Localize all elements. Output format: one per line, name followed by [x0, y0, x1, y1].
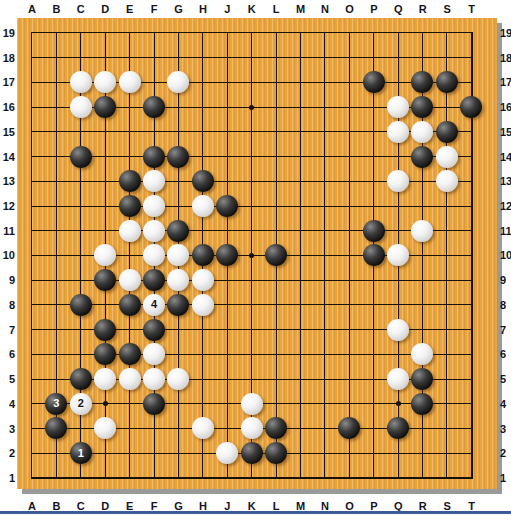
intersection-K17[interactable]	[239, 70, 263, 95]
intersection-B3[interactable]	[44, 416, 68, 441]
intersection-N1[interactable]	[313, 466, 337, 491]
intersection-P14[interactable]	[361, 144, 385, 169]
intersection-D6[interactable]	[93, 342, 117, 367]
intersection-F6[interactable]	[142, 342, 166, 367]
intersection-D19[interactable]	[93, 21, 117, 46]
intersection-O16[interactable]	[337, 95, 361, 120]
intersection-T6[interactable]	[459, 342, 483, 367]
intersection-L1[interactable]	[264, 466, 288, 491]
intersection-A18[interactable]	[20, 45, 44, 70]
intersection-F9[interactable]	[142, 268, 166, 293]
intersection-N8[interactable]	[313, 293, 337, 318]
intersection-Q19[interactable]	[386, 21, 410, 46]
intersection-T16[interactable]	[459, 95, 483, 120]
intersection-J5[interactable]	[215, 367, 239, 392]
intersection-H13[interactable]	[191, 169, 215, 194]
intersection-C10[interactable]	[69, 243, 93, 268]
intersection-N4[interactable]	[313, 391, 337, 416]
intersection-S6[interactable]	[435, 342, 459, 367]
intersection-L6[interactable]	[264, 342, 288, 367]
intersection-T14[interactable]	[459, 144, 483, 169]
intersection-C17[interactable]	[69, 70, 93, 95]
intersection-D2[interactable]	[93, 441, 117, 466]
intersection-G12[interactable]	[166, 194, 190, 219]
intersection-D14[interactable]	[93, 144, 117, 169]
intersection-M13[interactable]	[288, 169, 312, 194]
intersection-N18[interactable]	[313, 45, 337, 70]
intersection-K6[interactable]	[239, 342, 263, 367]
intersection-G4[interactable]	[166, 391, 190, 416]
intersection-E2[interactable]	[117, 441, 141, 466]
intersection-R12[interactable]	[410, 194, 434, 219]
intersection-K15[interactable]	[239, 120, 263, 145]
intersection-R8[interactable]	[410, 293, 434, 318]
intersection-C16[interactable]	[69, 95, 93, 120]
intersection-T3[interactable]	[459, 416, 483, 441]
intersection-H1[interactable]	[191, 466, 215, 491]
intersection-C7[interactable]	[69, 317, 93, 342]
intersection-R18[interactable]	[410, 45, 434, 70]
intersection-N14[interactable]	[313, 144, 337, 169]
intersection-D5[interactable]	[93, 367, 117, 392]
intersection-S2[interactable]	[435, 441, 459, 466]
intersection-K12[interactable]	[239, 194, 263, 219]
intersection-T7[interactable]	[459, 317, 483, 342]
intersection-S3[interactable]	[435, 416, 459, 441]
intersection-S4[interactable]	[435, 391, 459, 416]
intersection-K7[interactable]	[239, 317, 263, 342]
intersection-T8[interactable]	[459, 293, 483, 318]
intersection-N17[interactable]	[313, 70, 337, 95]
intersection-O19[interactable]	[337, 21, 361, 46]
intersection-M16[interactable]	[288, 95, 312, 120]
intersection-P2[interactable]	[361, 441, 385, 466]
intersection-G6[interactable]	[166, 342, 190, 367]
intersection-D15[interactable]	[93, 120, 117, 145]
intersection-K3[interactable]	[239, 416, 263, 441]
intersection-D11[interactable]	[93, 218, 117, 243]
intersection-F1[interactable]	[142, 466, 166, 491]
intersection-O2[interactable]	[337, 441, 361, 466]
intersection-T2[interactable]	[459, 441, 483, 466]
intersection-N5[interactable]	[313, 367, 337, 392]
intersection-Q1[interactable]	[386, 466, 410, 491]
intersection-O17[interactable]	[337, 70, 361, 95]
intersection-L9[interactable]	[264, 268, 288, 293]
intersection-G7[interactable]	[166, 317, 190, 342]
intersection-T9[interactable]	[459, 268, 483, 293]
intersection-M4[interactable]	[288, 391, 312, 416]
intersection-B4[interactable]: 3	[44, 391, 68, 416]
intersection-J2[interactable]	[215, 441, 239, 466]
intersection-G2[interactable]	[166, 441, 190, 466]
intersection-Q16[interactable]	[386, 95, 410, 120]
intersection-Q18[interactable]	[386, 45, 410, 70]
intersection-J11[interactable]	[215, 218, 239, 243]
intersection-S11[interactable]	[435, 218, 459, 243]
intersection-F2[interactable]	[142, 441, 166, 466]
intersection-E3[interactable]	[117, 416, 141, 441]
intersection-D16[interactable]	[93, 95, 117, 120]
intersection-R5[interactable]	[410, 367, 434, 392]
intersection-N19[interactable]	[313, 21, 337, 46]
intersection-N7[interactable]	[313, 317, 337, 342]
intersection-B18[interactable]	[44, 45, 68, 70]
intersection-F4[interactable]	[142, 391, 166, 416]
intersection-J14[interactable]	[215, 144, 239, 169]
intersection-F15[interactable]	[142, 120, 166, 145]
intersection-F7[interactable]	[142, 317, 166, 342]
intersection-B14[interactable]	[44, 144, 68, 169]
intersection-R16[interactable]	[410, 95, 434, 120]
intersection-T13[interactable]	[459, 169, 483, 194]
intersection-C8[interactable]	[69, 293, 93, 318]
intersection-D18[interactable]	[93, 45, 117, 70]
intersection-B10[interactable]	[44, 243, 68, 268]
intersection-H11[interactable]	[191, 218, 215, 243]
intersection-C4[interactable]: 2	[69, 391, 93, 416]
intersection-H17[interactable]	[191, 70, 215, 95]
intersection-F16[interactable]	[142, 95, 166, 120]
intersection-B19[interactable]	[44, 21, 68, 46]
intersection-A8[interactable]	[20, 293, 44, 318]
intersection-T10[interactable]	[459, 243, 483, 268]
intersection-G18[interactable]	[166, 45, 190, 70]
intersection-B12[interactable]	[44, 194, 68, 219]
intersection-C15[interactable]	[69, 120, 93, 145]
intersection-A12[interactable]	[20, 194, 44, 219]
intersection-E17[interactable]	[117, 70, 141, 95]
intersection-M15[interactable]	[288, 120, 312, 145]
intersection-T4[interactable]	[459, 391, 483, 416]
intersection-N16[interactable]	[313, 95, 337, 120]
intersection-M1[interactable]	[288, 466, 312, 491]
intersection-Q13[interactable]	[386, 169, 410, 194]
intersection-K4[interactable]	[239, 391, 263, 416]
intersection-K14[interactable]	[239, 144, 263, 169]
intersection-N13[interactable]	[313, 169, 337, 194]
intersection-T17[interactable]	[459, 70, 483, 95]
intersection-C14[interactable]	[69, 144, 93, 169]
intersection-K1[interactable]	[239, 466, 263, 491]
intersection-R7[interactable]	[410, 317, 434, 342]
intersection-M17[interactable]	[288, 70, 312, 95]
intersection-N10[interactable]	[313, 243, 337, 268]
intersection-S15[interactable]	[435, 120, 459, 145]
intersection-M14[interactable]	[288, 144, 312, 169]
intersection-B16[interactable]	[44, 95, 68, 120]
intersection-K18[interactable]	[239, 45, 263, 70]
intersection-O9[interactable]	[337, 268, 361, 293]
intersection-N3[interactable]	[313, 416, 337, 441]
intersection-E10[interactable]	[117, 243, 141, 268]
intersection-A11[interactable]	[20, 218, 44, 243]
intersection-Q15[interactable]	[386, 120, 410, 145]
intersection-F14[interactable]	[142, 144, 166, 169]
intersection-M3[interactable]	[288, 416, 312, 441]
intersection-Q12[interactable]	[386, 194, 410, 219]
intersection-G5[interactable]	[166, 367, 190, 392]
intersection-O1[interactable]	[337, 466, 361, 491]
intersection-D8[interactable]	[93, 293, 117, 318]
intersection-K9[interactable]	[239, 268, 263, 293]
intersection-M5[interactable]	[288, 367, 312, 392]
intersection-T19[interactable]	[459, 21, 483, 46]
intersection-Q9[interactable]	[386, 268, 410, 293]
intersection-H14[interactable]	[191, 144, 215, 169]
intersection-H9[interactable]	[191, 268, 215, 293]
intersection-A17[interactable]	[20, 70, 44, 95]
intersection-E6[interactable]	[117, 342, 141, 367]
intersection-H4[interactable]	[191, 391, 215, 416]
intersection-O13[interactable]	[337, 169, 361, 194]
intersection-K10[interactable]	[239, 243, 263, 268]
intersection-R4[interactable]	[410, 391, 434, 416]
intersection-Q14[interactable]	[386, 144, 410, 169]
intersection-F12[interactable]	[142, 194, 166, 219]
intersection-M6[interactable]	[288, 342, 312, 367]
intersection-D1[interactable]	[93, 466, 117, 491]
intersection-B7[interactable]	[44, 317, 68, 342]
intersection-A9[interactable]	[20, 268, 44, 293]
intersection-Q17[interactable]	[386, 70, 410, 95]
intersection-A2[interactable]	[20, 441, 44, 466]
intersection-O4[interactable]	[337, 391, 361, 416]
intersection-H19[interactable]	[191, 21, 215, 46]
intersection-H3[interactable]	[191, 416, 215, 441]
intersection-L4[interactable]	[264, 391, 288, 416]
intersection-G17[interactable]	[166, 70, 190, 95]
intersection-E4[interactable]	[117, 391, 141, 416]
intersection-P19[interactable]	[361, 21, 385, 46]
intersection-T5[interactable]	[459, 367, 483, 392]
intersection-G11[interactable]	[166, 218, 190, 243]
intersection-B9[interactable]	[44, 268, 68, 293]
intersection-S14[interactable]	[435, 144, 459, 169]
intersection-P5[interactable]	[361, 367, 385, 392]
intersection-J17[interactable]	[215, 70, 239, 95]
intersection-L7[interactable]	[264, 317, 288, 342]
intersection-L12[interactable]	[264, 194, 288, 219]
intersection-D9[interactable]	[93, 268, 117, 293]
intersection-A6[interactable]	[20, 342, 44, 367]
intersection-P13[interactable]	[361, 169, 385, 194]
intersection-E16[interactable]	[117, 95, 141, 120]
intersection-A3[interactable]	[20, 416, 44, 441]
intersection-L2[interactable]	[264, 441, 288, 466]
intersection-S17[interactable]	[435, 70, 459, 95]
intersection-H2[interactable]	[191, 441, 215, 466]
intersection-R10[interactable]	[410, 243, 434, 268]
intersection-C1[interactable]	[69, 466, 93, 491]
intersection-R13[interactable]	[410, 169, 434, 194]
intersection-C2[interactable]: 1	[69, 441, 93, 466]
intersection-A13[interactable]	[20, 169, 44, 194]
intersection-O12[interactable]	[337, 194, 361, 219]
intersection-A7[interactable]	[20, 317, 44, 342]
intersection-L11[interactable]	[264, 218, 288, 243]
intersection-P12[interactable]	[361, 194, 385, 219]
intersection-R19[interactable]	[410, 21, 434, 46]
intersection-H6[interactable]	[191, 342, 215, 367]
intersection-P1[interactable]	[361, 466, 385, 491]
intersection-P3[interactable]	[361, 416, 385, 441]
intersection-J4[interactable]	[215, 391, 239, 416]
intersection-A1[interactable]	[20, 466, 44, 491]
intersection-E18[interactable]	[117, 45, 141, 70]
intersection-A16[interactable]	[20, 95, 44, 120]
intersection-P7[interactable]	[361, 317, 385, 342]
intersection-P17[interactable]	[361, 70, 385, 95]
intersection-H15[interactable]	[191, 120, 215, 145]
intersection-C18[interactable]	[69, 45, 93, 70]
intersection-H12[interactable]	[191, 194, 215, 219]
intersection-S13[interactable]	[435, 169, 459, 194]
intersection-O6[interactable]	[337, 342, 361, 367]
intersection-R2[interactable]	[410, 441, 434, 466]
intersection-L10[interactable]	[264, 243, 288, 268]
intersection-K11[interactable]	[239, 218, 263, 243]
intersection-F3[interactable]	[142, 416, 166, 441]
intersection-O14[interactable]	[337, 144, 361, 169]
intersection-S12[interactable]	[435, 194, 459, 219]
intersection-R6[interactable]	[410, 342, 434, 367]
intersection-G15[interactable]	[166, 120, 190, 145]
intersection-L16[interactable]	[264, 95, 288, 120]
intersection-O5[interactable]	[337, 367, 361, 392]
intersection-P15[interactable]	[361, 120, 385, 145]
intersection-Q11[interactable]	[386, 218, 410, 243]
intersection-Q5[interactable]	[386, 367, 410, 392]
intersection-E12[interactable]	[117, 194, 141, 219]
intersection-S7[interactable]	[435, 317, 459, 342]
intersection-D12[interactable]	[93, 194, 117, 219]
intersection-C12[interactable]	[69, 194, 93, 219]
intersection-K13[interactable]	[239, 169, 263, 194]
intersection-N15[interactable]	[313, 120, 337, 145]
intersection-E11[interactable]	[117, 218, 141, 243]
intersection-A15[interactable]	[20, 120, 44, 145]
intersection-B2[interactable]	[44, 441, 68, 466]
intersection-R3[interactable]	[410, 416, 434, 441]
intersection-M10[interactable]	[288, 243, 312, 268]
intersection-G14[interactable]	[166, 144, 190, 169]
intersection-O15[interactable]	[337, 120, 361, 145]
intersection-T12[interactable]	[459, 194, 483, 219]
intersection-L18[interactable]	[264, 45, 288, 70]
intersection-D7[interactable]	[93, 317, 117, 342]
intersection-P4[interactable]	[361, 391, 385, 416]
intersection-C6[interactable]	[69, 342, 93, 367]
intersection-G10[interactable]	[166, 243, 190, 268]
intersection-P11[interactable]	[361, 218, 385, 243]
intersection-L13[interactable]	[264, 169, 288, 194]
intersection-G1[interactable]	[166, 466, 190, 491]
intersection-A10[interactable]	[20, 243, 44, 268]
intersection-F5[interactable]	[142, 367, 166, 392]
intersection-L17[interactable]	[264, 70, 288, 95]
intersection-K2[interactable]	[239, 441, 263, 466]
intersection-H18[interactable]	[191, 45, 215, 70]
intersection-E13[interactable]	[117, 169, 141, 194]
intersection-H16[interactable]	[191, 95, 215, 120]
intersection-G13[interactable]	[166, 169, 190, 194]
intersection-Q4[interactable]	[386, 391, 410, 416]
intersection-J19[interactable]	[215, 21, 239, 46]
intersection-S9[interactable]	[435, 268, 459, 293]
intersection-A19[interactable]	[20, 21, 44, 46]
intersection-N2[interactable]	[313, 441, 337, 466]
intersection-O18[interactable]	[337, 45, 361, 70]
intersection-M7[interactable]	[288, 317, 312, 342]
intersection-T1[interactable]	[459, 466, 483, 491]
intersection-A14[interactable]	[20, 144, 44, 169]
intersection-T15[interactable]	[459, 120, 483, 145]
intersection-C5[interactable]	[69, 367, 93, 392]
intersection-P18[interactable]	[361, 45, 385, 70]
intersection-Q2[interactable]	[386, 441, 410, 466]
intersection-S10[interactable]	[435, 243, 459, 268]
intersection-A4[interactable]	[20, 391, 44, 416]
intersection-P10[interactable]	[361, 243, 385, 268]
intersection-N6[interactable]	[313, 342, 337, 367]
intersection-E1[interactable]	[117, 466, 141, 491]
intersection-S5[interactable]	[435, 367, 459, 392]
intersection-J7[interactable]	[215, 317, 239, 342]
intersection-D3[interactable]	[93, 416, 117, 441]
intersection-J12[interactable]	[215, 194, 239, 219]
intersection-J13[interactable]	[215, 169, 239, 194]
intersection-C3[interactable]	[69, 416, 93, 441]
intersection-Q3[interactable]	[386, 416, 410, 441]
intersection-B11[interactable]	[44, 218, 68, 243]
intersection-L15[interactable]	[264, 120, 288, 145]
intersection-O7[interactable]	[337, 317, 361, 342]
intersection-F11[interactable]	[142, 218, 166, 243]
intersection-H5[interactable]	[191, 367, 215, 392]
intersection-K16[interactable]	[239, 95, 263, 120]
intersection-F13[interactable]	[142, 169, 166, 194]
intersection-M11[interactable]	[288, 218, 312, 243]
intersection-Q6[interactable]	[386, 342, 410, 367]
intersection-D10[interactable]	[93, 243, 117, 268]
intersection-B6[interactable]	[44, 342, 68, 367]
intersection-S19[interactable]	[435, 21, 459, 46]
intersection-G8[interactable]	[166, 293, 190, 318]
intersection-A5[interactable]	[20, 367, 44, 392]
intersection-N9[interactable]	[313, 268, 337, 293]
intersection-P6[interactable]	[361, 342, 385, 367]
intersection-F8[interactable]: 4	[142, 293, 166, 318]
intersection-L3[interactable]	[264, 416, 288, 441]
intersection-H7[interactable]	[191, 317, 215, 342]
intersection-L5[interactable]	[264, 367, 288, 392]
intersection-E9[interactable]	[117, 268, 141, 293]
intersection-B5[interactable]	[44, 367, 68, 392]
intersection-L8[interactable]	[264, 293, 288, 318]
intersection-N11[interactable]	[313, 218, 337, 243]
intersection-J15[interactable]	[215, 120, 239, 145]
intersection-R1[interactable]	[410, 466, 434, 491]
intersection-B17[interactable]	[44, 70, 68, 95]
intersection-F10[interactable]	[142, 243, 166, 268]
intersection-B1[interactable]	[44, 466, 68, 491]
intersection-R17[interactable]	[410, 70, 434, 95]
intersection-G16[interactable]	[166, 95, 190, 120]
intersection-G19[interactable]	[166, 21, 190, 46]
intersection-M12[interactable]	[288, 194, 312, 219]
intersection-E8[interactable]	[117, 293, 141, 318]
